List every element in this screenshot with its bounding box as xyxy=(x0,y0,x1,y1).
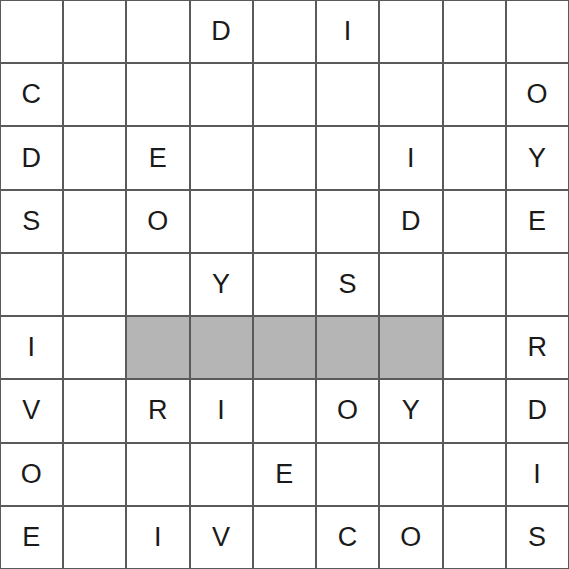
cell-letter: S xyxy=(22,206,41,237)
cell-r6c0[interactable]: V xyxy=(1,380,62,441)
cell-r2c7[interactable] xyxy=(444,127,505,188)
cell-r4c5[interactable]: S xyxy=(317,254,378,315)
cell-letter: V xyxy=(22,395,41,426)
cell-letter: R xyxy=(148,395,168,426)
cell-letter: O xyxy=(400,522,422,553)
cell-letter: E xyxy=(275,459,294,490)
cell-r1c7[interactable] xyxy=(444,64,505,125)
cell-r1c5[interactable] xyxy=(317,64,378,125)
cell-r2c8[interactable]: Y xyxy=(507,127,568,188)
cell-r8c6[interactable]: O xyxy=(380,507,441,568)
cell-r6c7[interactable] xyxy=(444,380,505,441)
cell-r6c8[interactable]: D xyxy=(507,380,568,441)
cell-letter: C xyxy=(22,79,42,110)
cell-r4c4[interactable] xyxy=(254,254,315,315)
cell-letter: C xyxy=(338,522,358,553)
cell-r2c3[interactable] xyxy=(191,127,252,188)
cell-r0c0[interactable] xyxy=(1,1,62,62)
cell-r8c4[interactable] xyxy=(254,507,315,568)
cell-r7c7[interactable] xyxy=(444,444,505,505)
cell-r0c5[interactable]: I xyxy=(317,1,378,62)
cell-r1c1[interactable] xyxy=(64,64,125,125)
cell-r8c1[interactable] xyxy=(64,507,125,568)
cell-r6c1[interactable] xyxy=(64,380,125,441)
cell-r4c8[interactable] xyxy=(507,254,568,315)
cell-r5c4[interactable] xyxy=(254,317,315,378)
cell-r6c3[interactable]: I xyxy=(191,380,252,441)
cell-r1c8[interactable]: O xyxy=(507,64,568,125)
cell-r1c6[interactable] xyxy=(380,64,441,125)
cell-r4c3[interactable]: Y xyxy=(191,254,252,315)
cell-r0c3[interactable]: D xyxy=(191,1,252,62)
cell-r5c3[interactable] xyxy=(191,317,252,378)
cell-r4c1[interactable] xyxy=(64,254,125,315)
cell-letter: Y xyxy=(402,395,421,426)
cell-r7c8[interactable]: I xyxy=(507,444,568,505)
cell-r3c2[interactable]: O xyxy=(127,191,188,252)
cell-r2c0[interactable]: D xyxy=(1,127,62,188)
cell-letter: I xyxy=(407,143,415,174)
cell-r2c2[interactable]: E xyxy=(127,127,188,188)
cell-r5c8[interactable]: R xyxy=(507,317,568,378)
cell-r8c2[interactable]: I xyxy=(127,507,188,568)
cell-r7c2[interactable] xyxy=(127,444,188,505)
cell-letter: E xyxy=(149,143,168,174)
cell-letter: E xyxy=(22,522,41,553)
cell-r7c5[interactable] xyxy=(317,444,378,505)
cell-r0c8[interactable] xyxy=(507,1,568,62)
cell-letter: O xyxy=(527,79,549,110)
cell-letter: I xyxy=(154,522,162,553)
cell-letter: D xyxy=(211,16,231,47)
cell-r7c1[interactable] xyxy=(64,444,125,505)
cell-letter: S xyxy=(338,269,357,300)
cell-r8c3[interactable]: V xyxy=(191,507,252,568)
cell-letter: D xyxy=(22,143,42,174)
cell-r0c2[interactable] xyxy=(127,1,188,62)
cell-r3c3[interactable] xyxy=(191,191,252,252)
cell-letter: I xyxy=(28,332,36,363)
cell-r3c7[interactable] xyxy=(444,191,505,252)
cell-r3c4[interactable] xyxy=(254,191,315,252)
cell-r1c0[interactable]: C xyxy=(1,64,62,125)
cell-r5c1[interactable] xyxy=(64,317,125,378)
cell-letter: O xyxy=(147,206,169,237)
cell-r5c2[interactable] xyxy=(127,317,188,378)
cell-r3c5[interactable] xyxy=(317,191,378,252)
cell-r5c0[interactable]: I xyxy=(1,317,62,378)
cell-r5c7[interactable] xyxy=(444,317,505,378)
cell-r8c0[interactable]: E xyxy=(1,507,62,568)
cell-r3c6[interactable]: D xyxy=(380,191,441,252)
cell-r2c1[interactable] xyxy=(64,127,125,188)
cell-r3c8[interactable]: E xyxy=(507,191,568,252)
cell-r7c4[interactable]: E xyxy=(254,444,315,505)
cell-r0c6[interactable] xyxy=(380,1,441,62)
cell-r6c4[interactable] xyxy=(254,380,315,441)
cell-letter: O xyxy=(337,395,359,426)
cell-r3c1[interactable] xyxy=(64,191,125,252)
cell-r4c7[interactable] xyxy=(444,254,505,315)
cell-letter: Y xyxy=(212,269,231,300)
cell-r0c7[interactable] xyxy=(444,1,505,62)
cell-letter: D xyxy=(527,395,547,426)
cell-r1c4[interactable] xyxy=(254,64,315,125)
cell-r7c6[interactable] xyxy=(380,444,441,505)
cell-r2c4[interactable] xyxy=(254,127,315,188)
cell-letter: E xyxy=(528,206,547,237)
cell-r6c5[interactable]: O xyxy=(317,380,378,441)
cell-r4c0[interactable] xyxy=(1,254,62,315)
cell-r8c5[interactable]: C xyxy=(317,507,378,568)
cell-r8c8[interactable]: S xyxy=(507,507,568,568)
cell-letter: Y xyxy=(528,143,547,174)
cell-r8c7[interactable] xyxy=(444,507,505,568)
cell-r7c0[interactable]: O xyxy=(1,444,62,505)
cell-letter: R xyxy=(527,332,547,363)
cell-letter: V xyxy=(212,522,231,553)
cell-letter: S xyxy=(528,522,547,553)
cell-letter: O xyxy=(21,459,43,490)
cell-r2c5[interactable] xyxy=(317,127,378,188)
cell-r0c4[interactable] xyxy=(254,1,315,62)
word-search-board: DICODEIYSODEYSIRVRIOYDOEIEIVCOS xyxy=(0,0,569,569)
cell-r6c6[interactable]: Y xyxy=(380,380,441,441)
cell-letter: D xyxy=(401,206,421,237)
cell-r5c6[interactable] xyxy=(380,317,441,378)
cell-r6c2[interactable]: R xyxy=(127,380,188,441)
cell-r2c6[interactable]: I xyxy=(380,127,441,188)
cell-r4c2[interactable] xyxy=(127,254,188,315)
cell-r0c1[interactable] xyxy=(64,1,125,62)
cell-letter: I xyxy=(344,16,352,47)
cell-r1c3[interactable] xyxy=(191,64,252,125)
cell-letter: I xyxy=(217,395,225,426)
cell-r1c2[interactable] xyxy=(127,64,188,125)
cell-r4c6[interactable] xyxy=(380,254,441,315)
cell-r7c3[interactable] xyxy=(191,444,252,505)
cell-letter: I xyxy=(533,459,541,490)
cell-r3c0[interactable]: S xyxy=(1,191,62,252)
cell-r5c5[interactable] xyxy=(317,317,378,378)
